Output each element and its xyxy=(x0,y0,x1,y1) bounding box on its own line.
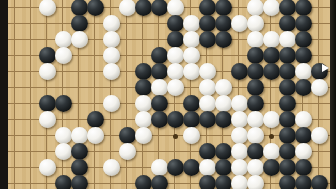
stone-black[interactable] xyxy=(215,111,232,128)
stone-black[interactable] xyxy=(295,127,312,144)
stone-white[interactable] xyxy=(231,15,248,32)
stone-black[interactable] xyxy=(71,15,88,32)
stone-white[interactable] xyxy=(199,79,216,96)
stone-white[interactable] xyxy=(39,0,56,16)
stone-black[interactable] xyxy=(135,175,152,189)
stone-white[interactable] xyxy=(39,63,56,80)
stone-black[interactable] xyxy=(263,63,280,80)
stone-black[interactable] xyxy=(279,127,296,144)
stone-white[interactable] xyxy=(103,31,120,48)
stone-white[interactable] xyxy=(247,127,264,144)
stone-white[interactable] xyxy=(39,111,56,128)
stone-white[interactable] xyxy=(247,0,264,16)
stone-black[interactable] xyxy=(295,79,312,96)
stone-black[interactable] xyxy=(135,0,152,16)
stone-black[interactable] xyxy=(151,0,168,16)
stone-black[interactable] xyxy=(183,159,200,176)
stone-white[interactable] xyxy=(183,31,200,48)
stone-black[interactable] xyxy=(119,127,136,144)
stone-black[interactable] xyxy=(279,175,296,189)
stone-black[interactable] xyxy=(199,31,216,48)
stone-black[interactable] xyxy=(215,0,232,16)
stone-black[interactable] xyxy=(55,175,72,189)
stone-white[interactable] xyxy=(231,159,248,176)
stone-white[interactable] xyxy=(55,127,72,144)
stone-black[interactable] xyxy=(295,175,312,189)
stone-black[interactable] xyxy=(279,143,296,160)
stone-black[interactable] xyxy=(215,31,232,48)
stone-black[interactable] xyxy=(87,0,104,16)
stone-black[interactable] xyxy=(247,79,264,96)
stone-white[interactable] xyxy=(167,47,184,64)
stone-black[interactable] xyxy=(151,95,168,112)
stone-white[interactable] xyxy=(167,63,184,80)
stone-black[interactable] xyxy=(151,47,168,64)
last-move-triangle-icon xyxy=(322,64,329,72)
stone-white[interactable] xyxy=(71,127,88,144)
stone-white[interactable] xyxy=(103,159,120,176)
stone-white[interactable] xyxy=(183,15,200,32)
stone-white[interactable] xyxy=(39,159,56,176)
stone-black[interactable] xyxy=(231,63,248,80)
stone-white[interactable] xyxy=(247,31,264,48)
stone-white[interactable] xyxy=(87,127,104,144)
stone-white[interactable] xyxy=(199,95,216,112)
stone-black[interactable] xyxy=(247,47,264,64)
stone-white[interactable] xyxy=(295,143,312,160)
stone-white[interactable] xyxy=(263,0,280,16)
stone-white[interactable] xyxy=(247,175,264,189)
stone-white[interactable] xyxy=(231,143,248,160)
stone-white[interactable] xyxy=(231,127,248,144)
stone-white[interactable] xyxy=(231,95,248,112)
stone-white[interactable] xyxy=(231,175,248,189)
stone-black[interactable] xyxy=(295,159,312,176)
stone-white[interactable] xyxy=(295,63,312,80)
stone-black[interactable] xyxy=(151,111,168,128)
stone-black[interactable] xyxy=(135,63,152,80)
stone-black[interactable] xyxy=(199,15,216,32)
stone-black[interactable] xyxy=(311,175,328,189)
stone-black[interactable] xyxy=(199,143,216,160)
stone-white[interactable] xyxy=(55,143,72,160)
stone-white[interactable] xyxy=(247,111,264,128)
stone-black[interactable] xyxy=(311,63,328,80)
stone-white[interactable] xyxy=(231,111,248,128)
stone-black[interactable] xyxy=(167,31,184,48)
stone-black[interactable] xyxy=(295,15,312,32)
stone-black[interactable] xyxy=(199,175,216,189)
stone-white[interactable] xyxy=(151,159,168,176)
stone-white[interactable] xyxy=(135,127,152,144)
stone-white[interactable] xyxy=(263,31,280,48)
stone-black[interactable] xyxy=(295,47,312,64)
stone-black[interactable] xyxy=(183,111,200,128)
stone-white[interactable] xyxy=(247,15,264,32)
stone-white[interactable] xyxy=(279,31,296,48)
letterbox-right xyxy=(330,0,336,189)
go-board[interactable] xyxy=(8,0,330,189)
stone-white[interactable] xyxy=(135,111,152,128)
stone-black[interactable] xyxy=(279,95,296,112)
stone-white[interactable] xyxy=(215,95,232,112)
stone-black[interactable] xyxy=(263,47,280,64)
stone-white[interactable] xyxy=(71,31,88,48)
stone-black[interactable] xyxy=(39,95,56,112)
stone-white[interactable] xyxy=(55,47,72,64)
stone-white[interactable] xyxy=(311,79,328,96)
stones-layer xyxy=(7,0,327,189)
stone-black[interactable] xyxy=(215,159,232,176)
stone-black[interactable] xyxy=(167,111,184,128)
stone-black[interactable] xyxy=(71,159,88,176)
stone-black[interactable] xyxy=(135,79,152,96)
stone-black[interactable] xyxy=(279,111,296,128)
stone-white[interactable] xyxy=(295,111,312,128)
stone-black[interactable] xyxy=(247,95,264,112)
stone-black[interactable] xyxy=(151,63,168,80)
stone-black[interactable] xyxy=(39,47,56,64)
stone-white[interactable] xyxy=(199,159,216,176)
stone-white[interactable] xyxy=(183,63,200,80)
stone-black[interactable] xyxy=(215,15,232,32)
stone-white[interactable] xyxy=(263,143,280,160)
stone-black[interactable] xyxy=(279,15,296,32)
stone-white[interactable] xyxy=(135,95,152,112)
stone-white[interactable] xyxy=(183,127,200,144)
stone-white[interactable] xyxy=(103,47,120,64)
stone-black[interactable] xyxy=(167,15,184,32)
stone-black[interactable] xyxy=(279,47,296,64)
stone-white[interactable] xyxy=(311,127,328,144)
stone-black[interactable] xyxy=(279,79,296,96)
stone-white[interactable] xyxy=(103,95,120,112)
stone-black[interactable] xyxy=(279,0,296,16)
stone-white[interactable] xyxy=(199,63,216,80)
stone-white[interactable] xyxy=(119,143,136,160)
stone-black[interactable] xyxy=(247,143,264,160)
stone-black[interactable] xyxy=(295,31,312,48)
stone-black[interactable] xyxy=(263,159,280,176)
stone-black[interactable] xyxy=(215,143,232,160)
stone-white[interactable] xyxy=(103,15,120,32)
stone-white[interactable] xyxy=(151,79,168,96)
stone-black[interactable] xyxy=(279,63,296,80)
stone-white[interactable] xyxy=(167,0,184,16)
video-frame xyxy=(0,0,336,189)
stone-black[interactable] xyxy=(279,159,296,176)
stone-black[interactable] xyxy=(247,63,264,80)
stone-black[interactable] xyxy=(71,175,88,189)
stone-black[interactable] xyxy=(71,0,88,16)
stone-black[interactable] xyxy=(199,111,216,128)
stone-white[interactable] xyxy=(119,0,136,16)
stone-black[interactable] xyxy=(151,175,168,189)
stone-black[interactable] xyxy=(55,95,72,112)
stone-white[interactable] xyxy=(263,111,280,128)
stone-white[interactable] xyxy=(215,79,232,96)
stone-black[interactable] xyxy=(167,159,184,176)
stone-white[interactable] xyxy=(103,63,120,80)
stone-black[interactable] xyxy=(71,143,88,160)
stone-black[interactable] xyxy=(215,175,232,189)
stone-black[interactable] xyxy=(183,95,200,112)
stone-white[interactable] xyxy=(247,159,264,176)
letterbox-left xyxy=(0,0,8,189)
stone-white[interactable] xyxy=(55,31,72,48)
stone-black[interactable] xyxy=(199,0,216,16)
stone-black[interactable] xyxy=(87,111,104,128)
stone-black[interactable] xyxy=(295,0,312,16)
stone-white[interactable] xyxy=(183,47,200,64)
stone-white[interactable] xyxy=(167,79,184,96)
